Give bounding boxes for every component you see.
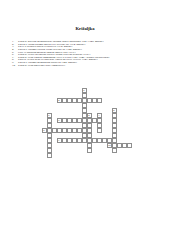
cell-number: 7 (58, 119, 59, 121)
crossword-cell[interactable] (97, 98, 102, 103)
cell-number: 5 (113, 109, 114, 111)
cell-number: 6 (48, 114, 49, 116)
cell-number: 9 (58, 139, 59, 141)
clue-item: 10.Kako se zvao posljednji kralj Jugosla… (12, 65, 168, 68)
cell-number: 8 (43, 129, 44, 131)
crossword-cell[interactable] (47, 153, 52, 158)
cell-number: 4 (98, 114, 99, 116)
clue-text: Kako se zvao posljednji kralj Jugoslavij… (18, 64, 65, 67)
crossword-cell[interactable] (127, 143, 132, 148)
crossword-cell[interactable] (87, 148, 92, 153)
page-title: Križaljka (0, 26, 170, 31)
crossword-grid: 12563478910 (42, 88, 132, 158)
crossword-cell[interactable] (97, 128, 102, 133)
cell-number: 2 (58, 99, 59, 101)
crossword-cell[interactable] (112, 148, 117, 153)
cell-number: 3 (88, 114, 89, 116)
cell-number: 10 (108, 144, 110, 146)
empty-space (127, 153, 132, 158)
worksheet-page: Križaljka 1.Kako se nazivao oslobodilačk… (0, 0, 170, 240)
clue-list: 1.Kako se nazivao oslobodilački ustanak … (12, 41, 168, 67)
cell-number: 1 (83, 89, 84, 91)
